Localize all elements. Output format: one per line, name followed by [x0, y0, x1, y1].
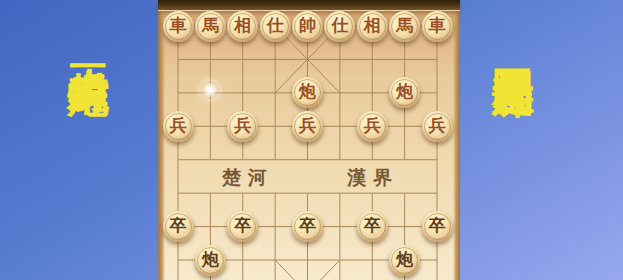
- river-label-chu: 楚河: [222, 165, 274, 191]
- piece-black-cannon[interactable]: 炮: [389, 245, 420, 276]
- piece-character: 兵: [234, 117, 251, 134]
- piece-character: 兵: [170, 117, 187, 134]
- piece-red-soldier[interactable]: 兵: [163, 111, 194, 142]
- piece-black-cannon[interactable]: 炮: [195, 245, 226, 276]
- piece-red-soldier[interactable]: 兵: [292, 111, 323, 142]
- xiangqi-board[interactable]: 楚河 漢界 車馬相仕帥仕相馬車炮炮兵兵兵兵兵卒卒卒卒卒炮炮: [158, 0, 460, 280]
- piece-character: 馬: [202, 17, 219, 34]
- piece-character: 炮: [396, 83, 413, 100]
- piece-character: 卒: [170, 217, 187, 234]
- piece-red-soldier[interactable]: 兵: [357, 111, 388, 142]
- piece-character: 兵: [299, 117, 316, 134]
- piece-character: 炮: [202, 251, 219, 268]
- piece-character: 相: [364, 17, 381, 34]
- piece-character: 仕: [267, 17, 284, 34]
- piece-character: 車: [429, 17, 446, 34]
- piece-character: 兵: [429, 117, 446, 134]
- piece-character: 仕: [331, 17, 348, 34]
- piece-red-soldier[interactable]: 兵: [422, 111, 453, 142]
- piece-red-advisor[interactable]: 仕: [324, 11, 355, 42]
- piece-character: 馬: [396, 17, 413, 34]
- piece-red-elephant[interactable]: 相: [357, 11, 388, 42]
- piece-character: 帥: [299, 17, 316, 34]
- left-caption: 三步虎对中炮: [66, 32, 110, 44]
- piece-character: 相: [234, 17, 251, 34]
- piece-character: 卒: [299, 217, 316, 234]
- piece-red-advisor[interactable]: 仕: [260, 11, 291, 42]
- river-label-han: 漢界: [347, 165, 399, 191]
- piece-character: 車: [170, 17, 187, 34]
- piece-red-chariot[interactable]: 車: [163, 11, 194, 42]
- piece-red-horse[interactable]: 馬: [195, 11, 226, 42]
- piece-black-soldier[interactable]: 卒: [422, 211, 453, 242]
- piece-character: 炮: [299, 83, 316, 100]
- piece-black-soldier[interactable]: 卒: [357, 211, 388, 242]
- piece-character: 卒: [234, 217, 251, 234]
- right-caption: 固定开局课程: [491, 35, 535, 47]
- piece-character: 卒: [429, 217, 446, 234]
- piece-black-soldier[interactable]: 卒: [292, 211, 323, 242]
- scene: 三步虎对中炮 固定开局课程 楚河 漢界 車馬相仕帥仕相馬車炮炮兵兵兵兵兵卒卒卒卒…: [0, 0, 623, 280]
- piece-red-chariot[interactable]: 車: [422, 11, 453, 42]
- piece-character: 兵: [364, 117, 381, 134]
- piece-red-general[interactable]: 帥: [292, 11, 323, 42]
- piece-red-elephant[interactable]: 相: [227, 11, 258, 42]
- piece-character: 卒: [364, 217, 381, 234]
- piece-red-soldier[interactable]: 兵: [227, 111, 258, 142]
- piece-red-horse[interactable]: 馬: [389, 11, 420, 42]
- piece-character: 炮: [396, 251, 413, 268]
- piece-black-soldier[interactable]: 卒: [163, 211, 194, 242]
- board-top-frame: [158, 0, 460, 10]
